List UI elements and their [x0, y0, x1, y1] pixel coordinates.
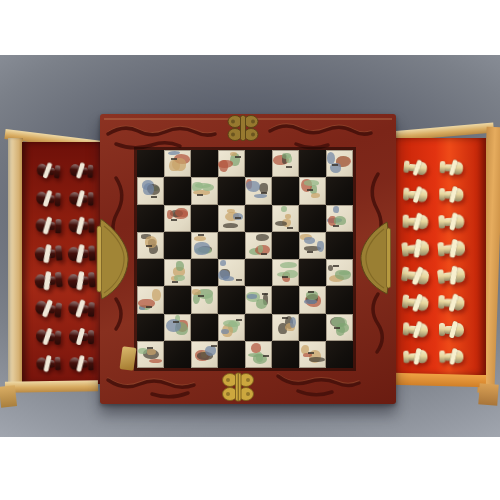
right-tray-piece[interactable]	[440, 160, 464, 175]
piece-base	[88, 191, 94, 205]
painted-scene-blob	[304, 180, 319, 186]
square-r7c7[interactable]	[299, 314, 326, 341]
painted-scene-blob	[285, 214, 291, 219]
scene-caption-mark	[171, 219, 177, 221]
scene-caption-mark	[334, 327, 340, 329]
square-r2c4[interactable]	[218, 177, 245, 204]
left-tray-piece[interactable]	[36, 162, 61, 178]
left-tray-piece[interactable]	[35, 218, 61, 234]
left-tray-piece[interactable]	[35, 328, 61, 345]
left-tray-foot	[0, 385, 17, 408]
left-tray-piece[interactable]	[36, 356, 61, 371]
square-r2c7[interactable]	[299, 177, 326, 204]
scene-caption-mark	[236, 279, 242, 281]
painted-scene-blob	[256, 234, 270, 241]
square-r3c5[interactable]	[245, 205, 272, 232]
painted-scene-blob	[311, 193, 320, 198]
scene-caption-mark	[261, 253, 267, 255]
right-tray-felt	[394, 138, 486, 375]
brass-butterfly-clasp-top-icon	[226, 113, 260, 143]
square-r1c3[interactable]	[191, 150, 218, 177]
right-tray-piece[interactable]	[403, 214, 429, 230]
square-r7c6[interactable]	[272, 314, 299, 341]
square-r4c5[interactable]	[245, 232, 272, 259]
right-tray-foot	[478, 383, 498, 405]
piece-base	[88, 272, 96, 288]
scene-caption-mark	[262, 293, 268, 295]
left-tray-piece[interactable]	[69, 328, 94, 343]
painted-scene-blob	[176, 261, 185, 271]
scene-caption-mark	[235, 156, 241, 158]
painted-scene-blob	[280, 262, 296, 268]
square-r5c5[interactable]	[245, 259, 272, 286]
scene-caption-mark	[236, 319, 242, 321]
scene-caption-mark	[333, 225, 339, 227]
painted-scene-blob	[290, 317, 296, 328]
left-tray-piece[interactable]	[67, 244, 95, 262]
square-r4c8[interactable]	[326, 232, 353, 259]
painted-scene-blob	[205, 294, 213, 304]
painted-scene-blob	[202, 184, 214, 191]
piece-collar-band	[75, 244, 83, 263]
painted-scene-blob	[304, 299, 317, 304]
scene-caption-mark	[308, 291, 314, 293]
square-r8c1[interactable]	[137, 341, 164, 368]
scene-caption-mark	[146, 245, 152, 247]
piece-base	[54, 192, 61, 206]
right-tray-piece[interactable]	[403, 187, 428, 203]
square-r6c2[interactable]	[164, 286, 191, 313]
right-tray-piece[interactable]	[401, 265, 431, 285]
scene-caption-mark	[261, 192, 267, 194]
painted-scene-blob	[221, 329, 229, 333]
painted-scene-blob	[317, 241, 324, 253]
scene-caption-mark	[171, 158, 177, 160]
painted-scene-blob	[256, 299, 267, 309]
square-r5c4[interactable]	[218, 259, 245, 286]
left-tray-piece[interactable]	[69, 191, 94, 206]
piece-base	[88, 245, 96, 261]
square-r2c6[interactable]	[272, 177, 299, 204]
painted-scene-blob	[149, 359, 163, 363]
square-r8c5[interactable]	[245, 341, 272, 368]
square-r8c4[interactable]	[218, 341, 245, 368]
piece-base	[88, 329, 94, 343]
piece-base	[54, 302, 62, 317]
square-r6c8[interactable]	[326, 286, 353, 313]
piece-base	[54, 165, 61, 179]
left-tray-felt	[22, 142, 104, 384]
scene-caption-mark	[287, 227, 293, 229]
square-r2c1[interactable]	[137, 177, 164, 204]
left-tray-piece[interactable]	[34, 271, 63, 291]
piece-base	[55, 219, 62, 234]
painted-scene-blob	[246, 181, 259, 192]
square-r7c4[interactable]	[218, 314, 245, 341]
painted-scene-blob	[172, 158, 186, 171]
scene-caption-mark	[282, 276, 288, 278]
left-tray-piece[interactable]	[35, 299, 63, 318]
square-r3c3[interactable]	[191, 205, 218, 232]
scene-caption-mark	[147, 347, 153, 349]
left-tray-piece[interactable]	[69, 356, 94, 371]
right-tray-piece[interactable]	[439, 349, 464, 364]
square-r7c1[interactable]	[137, 314, 164, 341]
scene-caption-mark	[286, 166, 292, 168]
square-r1c4[interactable]	[218, 150, 245, 177]
scene-caption-mark	[282, 317, 288, 319]
square-r2c3[interactable]	[191, 177, 218, 204]
chess-board-box	[100, 114, 396, 404]
square-r4c3[interactable]	[191, 232, 218, 259]
right-tray-piece[interactable]	[403, 349, 428, 365]
left-tray-piece[interactable]	[67, 271, 96, 290]
square-r3c2[interactable]	[164, 205, 191, 232]
square-r7c3[interactable]	[191, 314, 218, 341]
scene-caption-mark	[211, 345, 217, 347]
scene-caption-mark	[146, 306, 152, 308]
left-tray-piece[interactable]	[68, 300, 95, 317]
square-r6c1[interactable]	[137, 286, 164, 313]
right-tray-piece[interactable]	[438, 213, 464, 230]
square-r6c5[interactable]	[245, 286, 272, 313]
square-r5c6[interactable]	[272, 259, 299, 286]
square-r2c5[interactable]	[245, 177, 272, 204]
square-r6c4[interactable]	[218, 286, 245, 313]
right-tray-piece[interactable]	[438, 294, 465, 311]
painted-scene-blob	[333, 206, 340, 214]
square-r1c2[interactable]	[164, 150, 191, 177]
piece-collar-band	[43, 244, 51, 263]
square-r5c8[interactable]	[326, 259, 353, 286]
piece-base	[88, 302, 95, 317]
square-r4c2[interactable]	[164, 232, 191, 259]
scene-caption-mark	[197, 194, 203, 196]
right-tray-piece[interactable]	[439, 322, 464, 337]
painted-scene-blob	[309, 357, 325, 362]
scene-caption-mark	[307, 251, 313, 253]
scene-caption-mark	[198, 234, 204, 236]
scene-caption-mark	[151, 196, 157, 198]
right-tray-piece[interactable]	[401, 239, 430, 258]
square-r3c7[interactable]	[299, 205, 326, 232]
piece-base	[55, 356, 61, 370]
left-tray-piece[interactable]	[34, 244, 63, 263]
painted-scene-blob	[220, 260, 226, 266]
painted-scene-blob	[286, 155, 293, 163]
left-tray-outer-wall	[8, 138, 23, 390]
scene-caption-mark	[198, 295, 204, 297]
square-r5c7[interactable]	[299, 259, 326, 286]
square-r3c8[interactable]	[326, 205, 353, 232]
chess-board	[137, 150, 353, 368]
painted-scene-blob	[175, 208, 187, 218]
scene-caption-mark	[172, 281, 178, 283]
painted-scene-blob	[143, 183, 153, 195]
square-r4c4[interactable]	[218, 232, 245, 259]
painted-scene-blob	[205, 346, 216, 356]
painted-scene-blob	[223, 320, 239, 327]
square-r2c2[interactable]	[164, 177, 191, 204]
photo-frame: Vintage Chinese carved wooden chess set …	[0, 0, 500, 500]
painted-scene-blob	[281, 206, 287, 212]
piece-base	[55, 272, 64, 288]
square-r1c7[interactable]	[299, 150, 326, 177]
square-r4c6[interactable]	[272, 232, 299, 259]
square-r6c7[interactable]	[299, 286, 326, 313]
painted-scene-blob	[275, 221, 286, 226]
square-r2c8[interactable]	[326, 177, 353, 204]
brass-butterfly-clasp-bottom-icon	[220, 370, 256, 404]
right-tray-piece[interactable]	[437, 266, 466, 286]
square-r6c3[interactable]	[191, 286, 218, 313]
square-r1c1[interactable]	[137, 150, 164, 177]
left-tray-bottom-edge	[5, 380, 98, 393]
square-r7c5[interactable]	[245, 314, 272, 341]
left-tray-piece[interactable]	[68, 218, 94, 234]
scene-caption-mark	[308, 352, 314, 354]
square-r8c8[interactable]	[326, 341, 353, 368]
square-r8c2[interactable]	[164, 341, 191, 368]
painted-scene-blob	[192, 289, 200, 295]
painted-scene-blob	[223, 223, 238, 228]
square-r8c3[interactable]	[191, 341, 218, 368]
scene-caption-mark	[263, 355, 269, 357]
painted-scene-blob	[334, 216, 347, 225]
square-r3c6[interactable]	[272, 205, 299, 232]
square-r8c7[interactable]	[299, 341, 326, 368]
square-r5c2[interactable]	[164, 259, 191, 286]
painted-scene-blob	[194, 242, 210, 255]
scene-caption-mark	[332, 164, 338, 166]
square-r3c4[interactable]	[218, 205, 245, 232]
painted-scene-blob	[152, 289, 161, 302]
square-r1c8[interactable]	[326, 150, 353, 177]
brass-corner-fitting-icon	[119, 346, 136, 371]
square-r8c6[interactable]	[272, 341, 299, 368]
piece-base	[55, 244, 63, 260]
right-tray-piece[interactable]	[437, 239, 466, 258]
square-r4c1[interactable]	[137, 232, 164, 259]
square-r5c3[interactable]	[191, 259, 218, 286]
left-tray-piece[interactable]	[36, 190, 61, 206]
painted-scene-blob	[194, 236, 206, 242]
right-tray-piece[interactable]	[403, 159, 428, 175]
scene-caption-mark	[333, 265, 339, 267]
painted-scene-blob	[328, 265, 333, 271]
square-r7c8[interactable]	[326, 314, 353, 341]
piece-base	[54, 330, 61, 344]
right-tray-piece[interactable]	[439, 187, 464, 202]
piece-base	[88, 218, 95, 233]
piece-base	[88, 357, 94, 371]
square-r3c1[interactable]	[137, 205, 164, 232]
square-r5c1[interactable]	[137, 259, 164, 286]
painted-scene-blob	[218, 160, 233, 168]
right-tray-bottom-edge	[392, 373, 486, 387]
square-r6c6[interactable]	[272, 286, 299, 313]
right-tray-piece[interactable]	[403, 321, 429, 337]
piece-base	[87, 164, 93, 177]
right-tray-piece[interactable]	[402, 293, 430, 311]
square-r4c7[interactable]	[299, 232, 326, 259]
square-r7c2[interactable]	[164, 314, 191, 341]
scene-caption-mark	[173, 321, 179, 323]
painted-scene-blob	[304, 237, 315, 244]
square-r1c5[interactable]	[245, 150, 272, 177]
painted-scene-blob	[335, 270, 351, 280]
left-tray-piece[interactable]	[69, 163, 93, 178]
scene-caption-mark	[235, 217, 241, 219]
painted-scene-blob	[254, 194, 268, 198]
scene-caption-mark	[307, 189, 313, 191]
square-r1c6[interactable]	[272, 150, 299, 177]
